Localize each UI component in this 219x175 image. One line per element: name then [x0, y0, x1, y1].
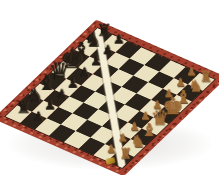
- board-squares: ♜♞♝♛♚♝♞♜♟♟♟♟♟♟♟♟♟♟♟♟♟♟♟♟♜♞♝♛♚♝♞♜: [6, 28, 215, 168]
- chess-board: ♜♞♝♛♚♝♞♜♟♟♟♟♟♟♟♟♟♟♟♟♟♟♟♟♜♞♝♛♚♝♞♜: [0, 20, 219, 175]
- piece-white-rook-icon: ♜: [197, 69, 216, 84]
- square-g1: ♞: [177, 84, 203, 101]
- square-h1: ♜: [188, 73, 214, 90]
- chess-set-photo: ♜♞♝♛♚♝♞♜♟♟♟♟♟♟♟♟♟♟♟♟♟♟♟♟♜♞♝♛♚♝♞♜: [0, 0, 219, 175]
